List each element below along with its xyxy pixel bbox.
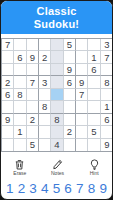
trash-icon	[14, 159, 25, 170]
cell-r8c6[interactable]: 2	[64, 126, 76, 138]
hint-button[interactable]: Hint	[89, 159, 100, 176]
title-line-1: Classic	[37, 5, 77, 18]
app-card: Classic Sudoku! 753692179627369868781928…	[0, 0, 113, 200]
cell-r1c7[interactable]	[76, 39, 88, 51]
cell-r7c2[interactable]	[14, 114, 26, 126]
cell-r2c2[interactable]: 6	[14, 51, 26, 63]
cell-r8c2[interactable]: 1	[14, 126, 26, 138]
cell-r8c1[interactable]	[2, 126, 14, 138]
cell-r8c7[interactable]	[76, 126, 88, 138]
cell-r4c3[interactable]: 7	[27, 76, 39, 88]
cell-r4c2[interactable]	[14, 76, 26, 88]
numpad-2[interactable]: 2	[18, 179, 26, 198]
cell-r1c9[interactable]: 3	[101, 39, 113, 51]
app-header: Classic Sudoku!	[1, 1, 112, 34]
cell-r7c8[interactable]	[88, 114, 100, 126]
numpad-1[interactable]: 1	[6, 179, 14, 198]
cell-r6c3[interactable]	[27, 101, 39, 113]
cell-r1c8[interactable]	[88, 39, 100, 51]
cell-r7c3[interactable]: 2	[27, 114, 39, 126]
cell-r3c3[interactable]	[27, 64, 39, 76]
title-line-2: Sudoku!	[34, 18, 79, 31]
cell-r5c4[interactable]	[39, 89, 51, 101]
cell-r6c7[interactable]	[76, 101, 88, 113]
cell-r7c6[interactable]	[64, 114, 76, 126]
cell-r4c4[interactable]: 3	[39, 76, 51, 88]
numpad-3[interactable]: 3	[29, 179, 37, 198]
cell-r3c6[interactable]: 9	[64, 64, 76, 76]
numpad-7[interactable]: 7	[76, 179, 84, 198]
cell-r8c3[interactable]	[27, 126, 39, 138]
sudoku-board: 7536921796273698687819286125549	[1, 38, 113, 152]
cell-r4c9[interactable]: 8	[101, 76, 113, 88]
cell-r2c3[interactable]: 9	[27, 51, 39, 63]
cell-r1c4[interactable]	[39, 39, 51, 51]
cell-r9c5[interactable]: 4	[51, 139, 63, 151]
cell-r3c4[interactable]	[39, 64, 51, 76]
board-area: 7536921796273698687819286125549	[1, 34, 112, 152]
number-pad: 123456789	[1, 179, 112, 198]
cell-r4c7[interactable]: 9	[76, 76, 88, 88]
toolbar: Erase Notes Hint	[1, 155, 112, 179]
cell-r9c7[interactable]	[76, 139, 88, 151]
erase-button[interactable]: Erase	[13, 159, 26, 176]
cell-r5c3[interactable]	[27, 89, 39, 101]
cell-r8c8[interactable]: 5	[88, 126, 100, 138]
cell-r9c6[interactable]	[64, 139, 76, 151]
cell-r2c7[interactable]	[76, 51, 88, 63]
cell-r3c5[interactable]	[51, 64, 63, 76]
cell-r2c1[interactable]	[2, 51, 14, 63]
cell-r5c7[interactable]: 7	[76, 89, 88, 101]
cell-r7c9[interactable]: 6	[101, 114, 113, 126]
cell-r4c8[interactable]	[88, 76, 100, 88]
lightbulb-icon	[89, 159, 100, 170]
cell-r5c8[interactable]	[88, 89, 100, 101]
cell-r7c7[interactable]	[76, 114, 88, 126]
cell-r1c1[interactable]: 7	[2, 39, 14, 51]
cell-r6c4[interactable]: 8	[39, 101, 51, 113]
cell-r5c2[interactable]: 8	[14, 89, 26, 101]
cell-r9c3[interactable]: 5	[27, 139, 39, 151]
cell-r6c2[interactable]	[14, 101, 26, 113]
hint-label: Hint	[90, 171, 99, 176]
cell-r6c9[interactable]: 1	[101, 101, 113, 113]
cell-r1c2[interactable]	[14, 39, 26, 51]
cell-r8c4[interactable]	[39, 126, 51, 138]
numpad-8[interactable]: 8	[88, 179, 96, 198]
cell-r9c9[interactable]: 9	[101, 139, 113, 151]
cell-r2c8[interactable]: 1	[88, 51, 100, 63]
cell-r5c6[interactable]	[64, 89, 76, 101]
numpad-5[interactable]: 5	[53, 179, 61, 198]
cell-r4c6[interactable]: 6	[64, 76, 76, 88]
notes-button[interactable]: Notes	[51, 159, 64, 176]
cell-r9c8[interactable]	[88, 139, 100, 151]
cell-r1c3[interactable]	[27, 39, 39, 51]
cell-r3c9[interactable]	[101, 64, 113, 76]
cell-r5c1[interactable]: 6	[2, 89, 14, 101]
cell-r3c2[interactable]	[14, 64, 26, 76]
cell-r1c5[interactable]	[51, 39, 63, 51]
cell-r8c9[interactable]	[101, 126, 113, 138]
cell-r6c5[interactable]	[51, 101, 63, 113]
cell-r3c1[interactable]	[2, 64, 14, 76]
cell-r2c4[interactable]: 2	[39, 51, 51, 63]
cell-r1c6[interactable]: 5	[64, 39, 76, 51]
cell-r4c1[interactable]: 2	[2, 76, 14, 88]
cell-r2c5[interactable]	[51, 51, 63, 63]
erase-label: Erase	[13, 171, 26, 176]
cell-r2c6[interactable]	[64, 51, 76, 63]
notes-label: Notes	[51, 171, 64, 176]
cell-r7c1[interactable]: 9	[2, 114, 14, 126]
cell-r6c8[interactable]	[88, 101, 100, 113]
cell-r7c4[interactable]	[39, 114, 51, 126]
cell-r9c2[interactable]	[14, 139, 26, 151]
cell-r2c9[interactable]: 7	[101, 51, 113, 63]
numpad-6[interactable]: 6	[64, 179, 72, 198]
cell-r5c5[interactable]	[51, 89, 63, 101]
cell-r9c1[interactable]	[2, 139, 14, 151]
cell-r3c8[interactable]: 6	[88, 64, 100, 76]
pencil-icon	[52, 159, 63, 170]
cell-r7c5[interactable]: 8	[51, 114, 63, 126]
numpad-4[interactable]: 4	[41, 179, 49, 198]
cell-r9c4[interactable]	[39, 139, 51, 151]
cell-r6c6[interactable]	[64, 101, 76, 113]
cell-r4c5[interactable]	[51, 76, 63, 88]
numpad-9[interactable]: 9	[99, 179, 107, 198]
cell-r5c9[interactable]	[101, 89, 113, 101]
cell-r6c1[interactable]	[2, 101, 14, 113]
cell-r3c7[interactable]	[76, 64, 88, 76]
cell-r8c5[interactable]	[51, 126, 63, 138]
